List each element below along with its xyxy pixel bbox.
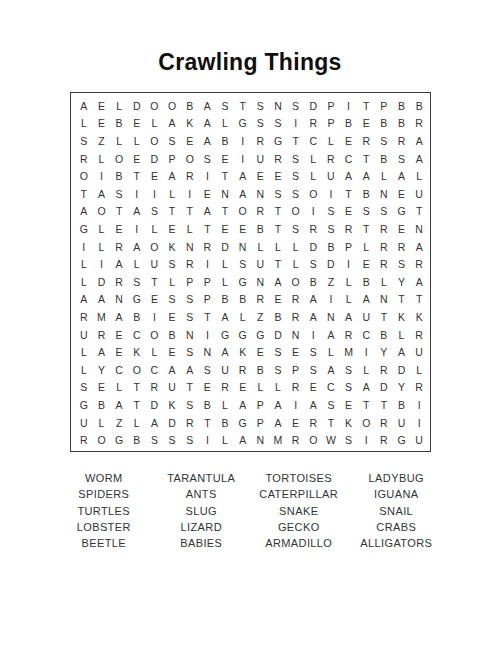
grid-cell-f8[interactable]: E [163, 220, 181, 238]
grid-cell-l15[interactable]: S [269, 343, 287, 361]
grid-cell-i17[interactable]: R [216, 379, 234, 397]
grid-cell-q14[interactable]: C [357, 326, 375, 344]
grid-cell-d2[interactable]: E [128, 115, 146, 133]
grid-cell-d5[interactable]: T [128, 167, 146, 185]
grid-cell-t6[interactable]: U [410, 185, 428, 203]
grid-cell-p2[interactable]: B [340, 115, 358, 133]
grid-cell-q7[interactable]: S [357, 203, 375, 221]
grid-cell-i7[interactable]: T [216, 203, 234, 221]
grid-cell-j2[interactable]: G [234, 115, 252, 133]
grid-cell-n8[interactable]: R [304, 220, 322, 238]
grid-cell-d14[interactable]: C [128, 326, 146, 344]
grid-cell-b11[interactable]: D [93, 273, 111, 291]
grid-cell-f12[interactable]: S [163, 291, 181, 309]
grid-cell-p14[interactable]: R [340, 326, 358, 344]
grid-cell-e9[interactable]: O [146, 238, 164, 256]
grid-cell-f17[interactable]: U [163, 379, 181, 397]
grid-cell-m1[interactable]: S [287, 97, 305, 115]
grid-cell-h15[interactable]: N [199, 343, 217, 361]
grid-cell-t19[interactable]: I [410, 414, 428, 432]
grid-cell-q4[interactable]: T [357, 150, 375, 168]
grid-cell-e16[interactable]: C [146, 361, 164, 379]
grid-cell-a15[interactable]: L [75, 343, 93, 361]
grid-cell-r7[interactable]: S [375, 203, 393, 221]
grid-cell-o5[interactable]: U [322, 167, 340, 185]
grid-cell-f6[interactable]: L [163, 185, 181, 203]
grid-cell-f20[interactable]: S [163, 431, 181, 449]
grid-cell-t11[interactable]: A [410, 273, 428, 291]
grid-cell-f2[interactable]: A [163, 115, 181, 133]
grid-cell-c1[interactable]: L [110, 97, 128, 115]
grid-cell-r19[interactable]: R [375, 414, 393, 432]
grid-cell-s6[interactable]: E [393, 185, 411, 203]
grid-cell-h1[interactable]: A [199, 97, 217, 115]
grid-cell-d8[interactable]: I [128, 220, 146, 238]
grid-cell-c10[interactable]: A [110, 255, 128, 273]
grid-cell-i13[interactable]: A [216, 308, 234, 326]
grid-cell-n10[interactable]: S [304, 255, 322, 273]
grid-cell-o3[interactable]: L [322, 132, 340, 150]
grid-cell-t15[interactable]: U [410, 343, 428, 361]
grid-cell-b6[interactable]: A [93, 185, 111, 203]
grid-cell-p15[interactable]: M [340, 343, 358, 361]
grid-cell-n12[interactable]: A [304, 291, 322, 309]
grid-cell-k15[interactable]: E [251, 343, 269, 361]
grid-cell-a10[interactable]: L [75, 255, 93, 273]
grid-cell-h13[interactable]: T [199, 308, 217, 326]
grid-cell-d4[interactable]: E [128, 150, 146, 168]
grid-cell-d13[interactable]: B [128, 308, 146, 326]
grid-cell-o16[interactable]: A [322, 361, 340, 379]
grid-cell-b3[interactable]: Z [93, 132, 111, 150]
grid-cell-g5[interactable]: R [181, 167, 199, 185]
grid-cell-f3[interactable]: S [163, 132, 181, 150]
grid-cell-f5[interactable]: A [163, 167, 181, 185]
grid-cell-m16[interactable]: P [287, 361, 305, 379]
grid-cell-q6[interactable]: B [357, 185, 375, 203]
grid-cell-k12[interactable]: R [251, 291, 269, 309]
grid-cell-c3[interactable]: L [110, 132, 128, 150]
grid-cell-c8[interactable]: E [110, 220, 128, 238]
grid-cell-o7[interactable]: S [322, 203, 340, 221]
grid-cell-j3[interactable]: I [234, 132, 252, 150]
grid-cell-l1[interactable]: N [269, 97, 287, 115]
grid-cell-p3[interactable]: E [340, 132, 358, 150]
grid-cell-s10[interactable]: S [393, 255, 411, 273]
grid-cell-h11[interactable]: P [199, 273, 217, 291]
grid-cell-p5[interactable]: A [340, 167, 358, 185]
grid-cell-o19[interactable]: T [322, 414, 340, 432]
grid-cell-o20[interactable]: W [322, 431, 340, 449]
grid-cell-b5[interactable]: I [93, 167, 111, 185]
grid-cell-p11[interactable]: L [340, 273, 358, 291]
grid-cell-n16[interactable]: S [304, 361, 322, 379]
grid-cell-h3[interactable]: A [199, 132, 217, 150]
grid-cell-j13[interactable]: L [234, 308, 252, 326]
grid-cell-s13[interactable]: K [393, 308, 411, 326]
grid-cell-n20[interactable]: O [304, 431, 322, 449]
grid-cell-e6[interactable]: I [146, 185, 164, 203]
grid-cell-i20[interactable]: L [216, 431, 234, 449]
grid-cell-i11[interactable]: L [216, 273, 234, 291]
grid-cell-c17[interactable]: L [110, 379, 128, 397]
grid-cell-f15[interactable]: E [163, 343, 181, 361]
grid-cell-a1[interactable]: A [75, 97, 93, 115]
grid-cell-m7[interactable]: O [287, 203, 305, 221]
grid-cell-i10[interactable]: L [216, 255, 234, 273]
grid-cell-r12[interactable]: N [375, 291, 393, 309]
grid-cell-l2[interactable]: S [269, 115, 287, 133]
grid-cell-e13[interactable]: I [146, 308, 164, 326]
grid-cell-q3[interactable]: R [357, 132, 375, 150]
grid-cell-g14[interactable]: N [181, 326, 199, 344]
grid-cell-n13[interactable]: A [304, 308, 322, 326]
grid-cell-r3[interactable]: S [375, 132, 393, 150]
grid-cell-d3[interactable]: L [128, 132, 146, 150]
grid-cell-n3[interactable]: C [304, 132, 322, 150]
grid-cell-n18[interactable]: A [304, 396, 322, 414]
grid-cell-k11[interactable]: N [251, 273, 269, 291]
grid-cell-a2[interactable]: L [75, 115, 93, 133]
grid-cell-h4[interactable]: S [199, 150, 217, 168]
grid-cell-q17[interactable]: A [357, 379, 375, 397]
grid-cell-j19[interactable]: G [234, 414, 252, 432]
grid-cell-n11[interactable]: B [304, 273, 322, 291]
grid-cell-e15[interactable]: L [146, 343, 164, 361]
grid-cell-d9[interactable]: A [128, 238, 146, 256]
grid-cell-b16[interactable]: Y [93, 361, 111, 379]
grid-cell-j7[interactable]: O [234, 203, 252, 221]
grid-cell-k5[interactable]: E [251, 167, 269, 185]
grid-cell-d6[interactable]: I [128, 185, 146, 203]
grid-cell-r11[interactable]: L [375, 273, 393, 291]
grid-cell-e4[interactable]: D [146, 150, 164, 168]
grid-cell-b10[interactable]: I [93, 255, 111, 273]
grid-cell-s4[interactable]: S [393, 150, 411, 168]
grid-cell-i18[interactable]: L [216, 396, 234, 414]
grid-cell-e11[interactable]: T [146, 273, 164, 291]
grid-cell-l19[interactable]: A [269, 414, 287, 432]
grid-cell-l7[interactable]: T [269, 203, 287, 221]
grid-cell-m10[interactable]: L [287, 255, 305, 273]
grid-cell-p17[interactable]: S [340, 379, 358, 397]
grid-cell-j8[interactable]: E [234, 220, 252, 238]
grid-cell-l18[interactable]: A [269, 396, 287, 414]
grid-cell-p6[interactable]: T [340, 185, 358, 203]
grid-cell-i19[interactable]: B [216, 414, 234, 432]
grid-cell-a12[interactable]: A [75, 291, 93, 309]
grid-cell-g10[interactable]: R [181, 255, 199, 273]
grid-cell-g19[interactable]: R [181, 414, 199, 432]
grid-cell-q8[interactable]: T [357, 220, 375, 238]
grid-cell-f1[interactable]: O [163, 97, 181, 115]
grid-cell-t8[interactable]: N [410, 220, 428, 238]
grid-cell-g4[interactable]: O [181, 150, 199, 168]
grid-cell-t13[interactable]: K [410, 308, 428, 326]
grid-cell-e8[interactable]: L [146, 220, 164, 238]
grid-cell-a16[interactable]: L [75, 361, 93, 379]
grid-cell-t5[interactable]: L [410, 167, 428, 185]
grid-cell-o14[interactable]: A [322, 326, 340, 344]
grid-cell-i2[interactable]: L [216, 115, 234, 133]
grid-cell-c4[interactable]: O [110, 150, 128, 168]
grid-cell-o12[interactable]: I [322, 291, 340, 309]
grid-cell-m3[interactable]: T [287, 132, 305, 150]
grid-cell-i15[interactable]: A [216, 343, 234, 361]
grid-cell-m13[interactable]: R [287, 308, 305, 326]
grid-cell-h19[interactable]: T [199, 414, 217, 432]
grid-cell-t4[interactable]: A [410, 150, 428, 168]
grid-cell-i1[interactable]: S [216, 97, 234, 115]
grid-cell-t9[interactable]: A [410, 238, 428, 256]
grid-cell-h12[interactable]: P [199, 291, 217, 309]
grid-cell-k13[interactable]: Z [251, 308, 269, 326]
grid-cell-p1[interactable]: I [340, 97, 358, 115]
grid-cell-o11[interactable]: Z [322, 273, 340, 291]
grid-cell-d15[interactable]: K [128, 343, 146, 361]
grid-cell-c5[interactable]: B [110, 167, 128, 185]
grid-cell-l11[interactable]: A [269, 273, 287, 291]
grid-cell-l16[interactable]: S [269, 361, 287, 379]
grid-cell-a17[interactable]: S [75, 379, 93, 397]
grid-cell-g20[interactable]: S [181, 431, 199, 449]
grid-cell-s11[interactable]: Y [393, 273, 411, 291]
grid-cell-h20[interactable]: I [199, 431, 217, 449]
grid-cell-e3[interactable]: O [146, 132, 164, 150]
grid-cell-i5[interactable]: T [216, 167, 234, 185]
grid-cell-a9[interactable]: I [75, 238, 93, 256]
grid-cell-p16[interactable]: S [340, 361, 358, 379]
grid-cell-f10[interactable]: S [163, 255, 181, 273]
grid-cell-n9[interactable]: D [304, 238, 322, 256]
grid-cell-i6[interactable]: N [216, 185, 234, 203]
grid-cell-a6[interactable]: T [75, 185, 93, 203]
grid-cell-l20[interactable]: M [269, 431, 287, 449]
grid-cell-t2[interactable]: R [410, 115, 428, 133]
grid-cell-h8[interactable]: T [199, 220, 217, 238]
grid-cell-b14[interactable]: R [93, 326, 111, 344]
grid-cell-m18[interactable]: I [287, 396, 305, 414]
grid-cell-g6[interactable]: I [181, 185, 199, 203]
grid-cell-d18[interactable]: T [128, 396, 146, 414]
grid-cell-f13[interactable]: E [163, 308, 181, 326]
grid-cell-j6[interactable]: A [234, 185, 252, 203]
grid-cell-q16[interactable]: L [357, 361, 375, 379]
grid-cell-g12[interactable]: S [181, 291, 199, 309]
grid-cell-o17[interactable]: C [322, 379, 340, 397]
grid-cell-a7[interactable]: A [75, 203, 93, 221]
grid-cell-s2[interactable]: B [393, 115, 411, 133]
grid-cell-k10[interactable]: U [251, 255, 269, 273]
grid-cell-n7[interactable]: I [304, 203, 322, 221]
grid-cell-d17[interactable]: T [128, 379, 146, 397]
grid-cell-b19[interactable]: L [93, 414, 111, 432]
grid-cell-o1[interactable]: P [322, 97, 340, 115]
grid-cell-p13[interactable]: A [340, 308, 358, 326]
grid-cell-n4[interactable]: L [304, 150, 322, 168]
grid-cell-e12[interactable]: E [146, 291, 164, 309]
grid-cell-a5[interactable]: O [75, 167, 93, 185]
grid-cell-a11[interactable]: L [75, 273, 93, 291]
grid-cell-j9[interactable]: N [234, 238, 252, 256]
grid-cell-s18[interactable]: B [393, 396, 411, 414]
grid-cell-r16[interactable]: R [375, 361, 393, 379]
grid-cell-o8[interactable]: S [322, 220, 340, 238]
grid-cell-g3[interactable]: E [181, 132, 199, 150]
grid-cell-j15[interactable]: K [234, 343, 252, 361]
grid-cell-j14[interactable]: G [234, 326, 252, 344]
grid-cell-b4[interactable]: L [93, 150, 111, 168]
grid-cell-d16[interactable]: O [128, 361, 146, 379]
grid-cell-n2[interactable]: R [304, 115, 322, 133]
grid-cell-j11[interactable]: G [234, 273, 252, 291]
grid-cell-r2[interactable]: B [375, 115, 393, 133]
grid-cell-k3[interactable]: R [251, 132, 269, 150]
grid-cell-a20[interactable]: R [75, 431, 93, 449]
grid-cell-h5[interactable]: I [199, 167, 217, 185]
grid-cell-s7[interactable]: G [393, 203, 411, 221]
grid-cell-p19[interactable]: K [340, 414, 358, 432]
grid-cell-n15[interactable]: S [304, 343, 322, 361]
grid-cell-d19[interactable]: L [128, 414, 146, 432]
grid-cell-b15[interactable]: A [93, 343, 111, 361]
grid-cell-s1[interactable]: B [393, 97, 411, 115]
grid-cell-c14[interactable]: E [110, 326, 128, 344]
grid-cell-c15[interactable]: E [110, 343, 128, 361]
grid-cell-c19[interactable]: Z [110, 414, 128, 432]
grid-cell-l17[interactable]: L [269, 379, 287, 397]
grid-cell-n5[interactable]: L [304, 167, 322, 185]
grid-cell-f14[interactable]: B [163, 326, 181, 344]
grid-cell-t3[interactable]: A [410, 132, 428, 150]
grid-cell-p9[interactable]: P [340, 238, 358, 256]
grid-cell-r15[interactable]: Y [375, 343, 393, 361]
grid-cell-c11[interactable]: R [110, 273, 128, 291]
grid-cell-a18[interactable]: G [75, 396, 93, 414]
grid-cell-j10[interactable]: S [234, 255, 252, 273]
grid-cell-i12[interactable]: B [216, 291, 234, 309]
grid-cell-f16[interactable]: A [163, 361, 181, 379]
grid-cell-c13[interactable]: A [110, 308, 128, 326]
grid-cell-p8[interactable]: R [340, 220, 358, 238]
grid-cell-k14[interactable]: G [251, 326, 269, 344]
grid-cell-k18[interactable]: P [251, 396, 269, 414]
grid-cell-r13[interactable]: T [375, 308, 393, 326]
grid-cell-g8[interactable]: L [181, 220, 199, 238]
grid-cell-t20[interactable]: U [410, 431, 428, 449]
grid-cell-s19[interactable]: U [393, 414, 411, 432]
grid-cell-s9[interactable]: R [393, 238, 411, 256]
grid-cell-g2[interactable]: K [181, 115, 199, 133]
grid-cell-m4[interactable]: S [287, 150, 305, 168]
grid-cell-m5[interactable]: S [287, 167, 305, 185]
grid-cell-t12[interactable]: T [410, 291, 428, 309]
grid-cell-f7[interactable]: T [163, 203, 181, 221]
grid-cell-l13[interactable]: B [269, 308, 287, 326]
grid-cell-r5[interactable]: L [375, 167, 393, 185]
grid-cell-l6[interactable]: S [269, 185, 287, 203]
grid-cell-j12[interactable]: B [234, 291, 252, 309]
grid-cell-k6[interactable]: N [251, 185, 269, 203]
grid-cell-d10[interactable]: L [128, 255, 146, 273]
grid-cell-c12[interactable]: N [110, 291, 128, 309]
grid-cell-h16[interactable]: S [199, 361, 217, 379]
grid-cell-s12[interactable]: T [393, 291, 411, 309]
grid-cell-a4[interactable]: R [75, 150, 93, 168]
grid-cell-t1[interactable]: B [410, 97, 428, 115]
grid-cell-k8[interactable]: B [251, 220, 269, 238]
grid-cell-q9[interactable]: L [357, 238, 375, 256]
grid-cell-a3[interactable]: S [75, 132, 93, 150]
grid-cell-t17[interactable]: R [410, 379, 428, 397]
grid-cell-r10[interactable]: R [375, 255, 393, 273]
grid-cell-b8[interactable]: L [93, 220, 111, 238]
grid-cell-h7[interactable]: A [199, 203, 217, 221]
grid-cell-b20[interactable]: O [93, 431, 111, 449]
grid-cell-r14[interactable]: B [375, 326, 393, 344]
grid-cell-c9[interactable]: R [110, 238, 128, 256]
grid-cell-s5[interactable]: A [393, 167, 411, 185]
grid-cell-h18[interactable]: B [199, 396, 217, 414]
grid-cell-k16[interactable]: B [251, 361, 269, 379]
grid-cell-q18[interactable]: T [357, 396, 375, 414]
grid-cell-i16[interactable]: U [216, 361, 234, 379]
grid-cell-q2[interactable]: E [357, 115, 375, 133]
grid-cell-r17[interactable]: D [375, 379, 393, 397]
grid-cell-n17[interactable]: E [304, 379, 322, 397]
grid-cell-p4[interactable]: C [340, 150, 358, 168]
grid-cell-e7[interactable]: S [146, 203, 164, 221]
grid-cell-q20[interactable]: I [357, 431, 375, 449]
grid-cell-p10[interactable]: I [340, 255, 358, 273]
grid-cell-f11[interactable]: L [163, 273, 181, 291]
grid-cell-e14[interactable]: O [146, 326, 164, 344]
grid-cell-k2[interactable]: S [251, 115, 269, 133]
grid-cell-a14[interactable]: U [75, 326, 93, 344]
grid-cell-a8[interactable]: G [75, 220, 93, 238]
grid-cell-o10[interactable]: D [322, 255, 340, 273]
grid-cell-k19[interactable]: P [251, 414, 269, 432]
grid-cell-o6[interactable]: I [322, 185, 340, 203]
grid-cell-g13[interactable]: S [181, 308, 199, 326]
grid-cell-l9[interactable]: L [269, 238, 287, 256]
grid-cell-l4[interactable]: R [269, 150, 287, 168]
grid-cell-p7[interactable]: E [340, 203, 358, 221]
grid-cell-t7[interactable]: T [410, 203, 428, 221]
grid-cell-s17[interactable]: Y [393, 379, 411, 397]
grid-cell-d7[interactable]: A [128, 203, 146, 221]
grid-cell-b17[interactable]: E [93, 379, 111, 397]
grid-cell-g17[interactable]: T [181, 379, 199, 397]
grid-cell-a13[interactable]: R [75, 308, 93, 326]
grid-cell-g9[interactable]: N [181, 238, 199, 256]
grid-cell-s20[interactable]: G [393, 431, 411, 449]
grid-cell-b13[interactable]: M [93, 308, 111, 326]
grid-cell-m14[interactable]: N [287, 326, 305, 344]
grid-cell-j5[interactable]: A [234, 167, 252, 185]
grid-cell-p12[interactable]: L [340, 291, 358, 309]
grid-cell-j18[interactable]: A [234, 396, 252, 414]
grid-cell-a19[interactable]: U [75, 414, 93, 432]
grid-cell-b12[interactable]: A [93, 291, 111, 309]
grid-cell-m19[interactable]: E [287, 414, 305, 432]
grid-cell-c16[interactable]: C [110, 361, 128, 379]
grid-cell-m6[interactable]: S [287, 185, 305, 203]
grid-cell-j17[interactable]: E [234, 379, 252, 397]
grid-cell-l12[interactable]: E [269, 291, 287, 309]
grid-cell-j1[interactable]: T [234, 97, 252, 115]
grid-cell-c18[interactable]: A [110, 396, 128, 414]
